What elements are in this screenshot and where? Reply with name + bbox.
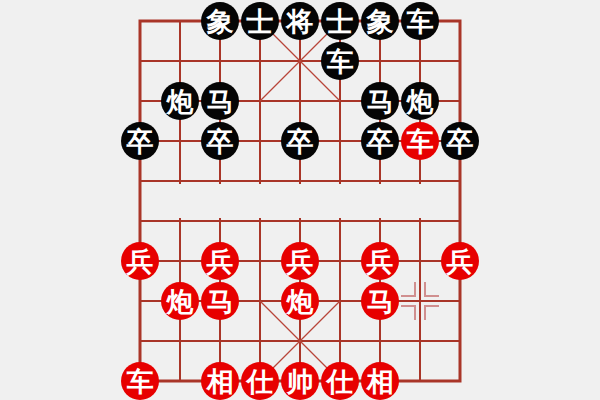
board-point[interactable] <box>200 41 240 81</box>
board-point[interactable] <box>440 201 480 241</box>
board-point[interactable] <box>440 161 480 201</box>
black-cannon[interactable]: 炮 <box>401 82 439 120</box>
red-advisor[interactable]: 仕 <box>321 362 359 400</box>
board-point[interactable] <box>160 1 200 41</box>
board-point[interactable] <box>400 161 440 201</box>
board-point[interactable]: 象 <box>200 1 240 41</box>
board-point[interactable] <box>400 201 440 241</box>
board-point[interactable] <box>360 201 400 241</box>
board-point[interactable] <box>280 321 320 361</box>
board-point[interactable] <box>320 241 360 281</box>
black-elephant[interactable]: 象 <box>361 2 399 40</box>
red-soldier[interactable]: 兵 <box>121 242 159 280</box>
board-point[interactable] <box>240 321 280 361</box>
black-horse[interactable]: 马 <box>361 82 399 120</box>
board-point[interactable] <box>240 81 280 121</box>
board-point[interactable]: 炮 <box>400 81 440 121</box>
board-point[interactable]: 士 <box>320 1 360 41</box>
board-point[interactable]: 卒 <box>440 121 480 161</box>
red-horse[interactable]: 马 <box>201 282 239 320</box>
board-point[interactable]: 车 <box>400 121 440 161</box>
board-point[interactable]: 马 <box>360 81 400 121</box>
board-point[interactable]: 马 <box>200 281 240 321</box>
red-soldier[interactable]: 兵 <box>361 242 399 280</box>
board-point[interactable] <box>400 41 440 81</box>
board-point[interactable] <box>160 201 200 241</box>
xiangqi-board: 象士将士象车车炮马马炮卒卒卒卒车卒兵兵兵兵兵炮马炮马车相仕帅仕相 <box>0 0 600 400</box>
board-point[interactable] <box>120 41 160 81</box>
board-point[interactable] <box>360 41 400 81</box>
board-point[interactable] <box>440 321 480 361</box>
black-soldier[interactable]: 卒 <box>201 122 239 160</box>
board-point[interactable] <box>440 81 480 121</box>
board-point[interactable] <box>320 201 360 241</box>
board-grid: 象士将士象车车炮马马炮卒卒卒卒车卒兵兵兵兵兵炮马炮马车相仕帅仕相 <box>120 1 480 400</box>
board-point[interactable] <box>160 241 200 281</box>
board-point[interactable]: 车 <box>320 41 360 81</box>
red-soldier[interactable]: 兵 <box>441 242 479 280</box>
board-point[interactable] <box>320 161 360 201</box>
red-elephant[interactable]: 相 <box>361 362 399 400</box>
board-point[interactable] <box>160 121 200 161</box>
board-point[interactable]: 炮 <box>160 281 200 321</box>
board-point[interactable]: 象 <box>360 1 400 41</box>
board-point[interactable]: 卒 <box>120 121 160 161</box>
board-point[interactable] <box>240 161 280 201</box>
board-point[interactable] <box>160 321 200 361</box>
board-point[interactable] <box>120 81 160 121</box>
black-elephant[interactable]: 象 <box>201 2 239 40</box>
board-point[interactable] <box>400 241 440 281</box>
board-point[interactable] <box>440 361 480 400</box>
board-point[interactable]: 炮 <box>160 81 200 121</box>
board-point[interactable] <box>320 321 360 361</box>
black-chariot[interactable]: 车 <box>321 42 359 80</box>
board-point[interactable]: 相 <box>360 361 400 400</box>
board-point[interactable] <box>360 321 400 361</box>
board-point[interactable] <box>160 161 200 201</box>
red-soldier[interactable]: 兵 <box>281 242 319 280</box>
board-point[interactable] <box>280 161 320 201</box>
black-chariot[interactable]: 车 <box>401 2 439 40</box>
red-cannon[interactable]: 炮 <box>161 282 199 320</box>
red-horse[interactable]: 马 <box>361 282 399 320</box>
board-point[interactable]: 兵 <box>360 241 400 281</box>
board-point[interactable] <box>360 161 400 201</box>
board-point[interactable] <box>240 41 280 81</box>
board-point[interactable]: 兵 <box>280 241 320 281</box>
board-point[interactable] <box>400 281 440 321</box>
board-point[interactable] <box>200 161 240 201</box>
red-elephant[interactable]: 相 <box>201 362 239 400</box>
red-cannon[interactable]: 炮 <box>281 282 319 320</box>
board-point[interactable]: 兵 <box>200 241 240 281</box>
board-point[interactable] <box>160 41 200 81</box>
board-point[interactable]: 仕 <box>320 361 360 400</box>
red-chariot[interactable]: 车 <box>121 362 159 400</box>
board-point[interactable] <box>240 121 280 161</box>
board-point[interactable] <box>240 201 280 241</box>
red-advisor[interactable]: 仕 <box>241 362 279 400</box>
black-horse[interactable]: 马 <box>201 82 239 120</box>
black-soldier[interactable]: 卒 <box>441 122 479 160</box>
board-point[interactable] <box>120 161 160 201</box>
board-point[interactable] <box>400 361 440 400</box>
board-point[interactable] <box>440 41 480 81</box>
black-soldier[interactable]: 卒 <box>361 122 399 160</box>
board-point[interactable] <box>160 361 200 400</box>
board-point[interactable]: 将 <box>280 1 320 41</box>
board-point[interactable] <box>320 281 360 321</box>
board-point[interactable] <box>120 281 160 321</box>
black-advisor[interactable]: 士 <box>321 2 359 40</box>
red-chariot[interactable]: 车 <box>401 122 439 160</box>
board-point[interactable]: 马 <box>360 281 400 321</box>
black-advisor[interactable]: 士 <box>241 2 279 40</box>
board-point[interactable]: 仕 <box>240 361 280 400</box>
board-point[interactable]: 炮 <box>280 281 320 321</box>
board-point[interactable] <box>280 41 320 81</box>
board-point[interactable] <box>440 281 480 321</box>
board-point[interactable]: 兵 <box>440 241 480 281</box>
board-point[interactable] <box>200 201 240 241</box>
red-soldier[interactable]: 兵 <box>201 242 239 280</box>
board-point[interactable]: 车 <box>120 361 160 400</box>
board-point[interactable]: 车 <box>400 1 440 41</box>
black-soldier[interactable]: 卒 <box>281 122 319 160</box>
board-point[interactable]: 士 <box>240 1 280 41</box>
board-point[interactable]: 卒 <box>200 121 240 161</box>
board-point[interactable] <box>120 321 160 361</box>
board-point[interactable] <box>280 81 320 121</box>
board-point[interactable]: 马 <box>200 81 240 121</box>
board-point[interactable] <box>400 321 440 361</box>
red-general[interactable]: 帅 <box>281 362 319 400</box>
board-point[interactable] <box>320 121 360 161</box>
black-cannon[interactable]: 炮 <box>161 82 199 120</box>
black-general[interactable]: 将 <box>281 2 319 40</box>
board-point[interactable]: 卒 <box>280 121 320 161</box>
board-point[interactable] <box>440 1 480 41</box>
board-point[interactable] <box>200 321 240 361</box>
board-point[interactable] <box>120 1 160 41</box>
board-point[interactable]: 兵 <box>120 241 160 281</box>
board-point[interactable]: 帅 <box>280 361 320 400</box>
board-point[interactable] <box>120 201 160 241</box>
black-soldier[interactable]: 卒 <box>121 122 159 160</box>
board-point[interactable]: 相 <box>200 361 240 400</box>
board-point[interactable]: 卒 <box>360 121 400 161</box>
board-point[interactable] <box>240 241 280 281</box>
board-point[interactable] <box>280 201 320 241</box>
board-point[interactable] <box>240 281 280 321</box>
board-point[interactable] <box>320 81 360 121</box>
